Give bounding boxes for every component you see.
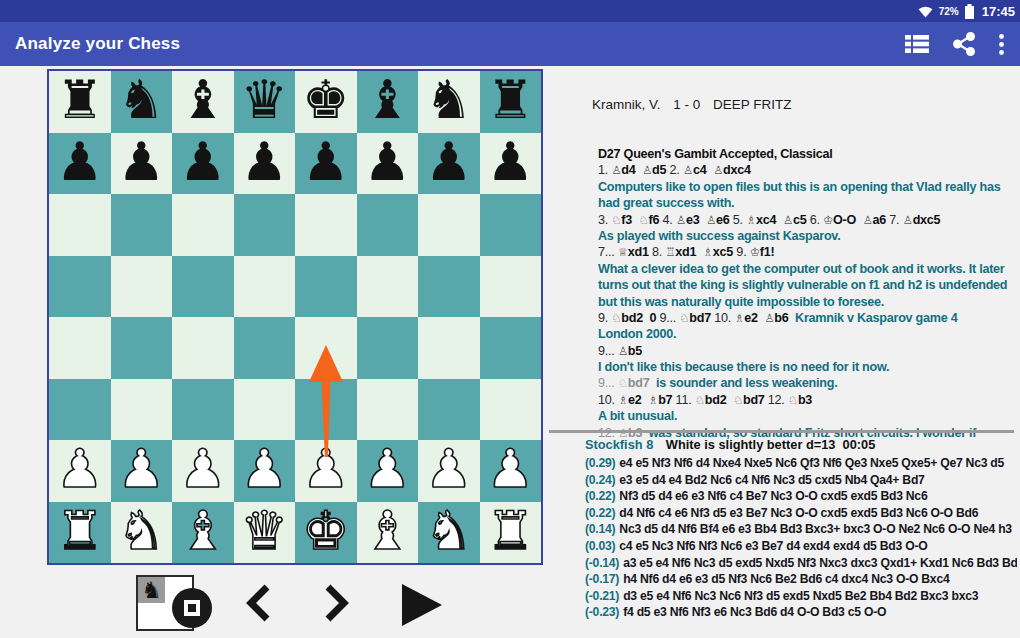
square-f2[interactable]: ♟ — [357, 440, 419, 502]
piece-white-b: ♝ — [363, 504, 411, 557]
move-number: 9. — [733, 245, 750, 259]
figurine-icon: ♔ — [823, 213, 833, 227]
figurine-icon: ♙ — [683, 163, 693, 177]
figurine-icon: ♙ — [676, 213, 686, 227]
piece-white-n: ♞ — [117, 504, 165, 557]
move-text[interactable]: e2 — [628, 393, 648, 407]
move-text[interactable]: dxc4 — [723, 163, 751, 177]
notation-line: London 2000. — [598, 326, 1016, 342]
comment-text: What a clever idea to get the computer o… — [598, 262, 1005, 276]
move-number: 1. — [598, 163, 611, 177]
square-e7[interactable]: ♟ — [295, 133, 357, 195]
square-g4[interactable] — [418, 317, 480, 379]
move-number: 12. — [765, 393, 788, 407]
notation-line: 1. ♙d4 ♙d5 2. ♙c4 ♙dxc4 — [598, 162, 1016, 178]
move-number: 7... — [598, 245, 618, 259]
move-text[interactable]: bd2 — [705, 393, 733, 407]
move-text[interactable]: b3 — [798, 393, 812, 407]
square-d3[interactable] — [234, 379, 296, 441]
piece-black-b: ♝ — [363, 73, 411, 126]
comment-text: A bit unusual. — [598, 409, 677, 423]
eval-score: (0.14) — [585, 522, 615, 536]
figurine-icon: ♗ — [618, 393, 628, 407]
figurine-icon: ♙ — [642, 163, 652, 177]
square-h8[interactable]: ♜ — [480, 71, 542, 133]
black-player: DEEP FRITZ — [713, 97, 792, 112]
move-text[interactable]: e2 — [744, 311, 764, 325]
figurine-icon: ♘ — [618, 376, 628, 390]
piece-white-k: ♚ — [302, 504, 350, 557]
piece-black-p: ♟ — [117, 135, 165, 188]
piece-black-p: ♟ — [179, 135, 227, 188]
notation-line: 10. ♗e2 ♗b7 11. ♘bd2 ♘bd7 12. ♘b3 — [598, 392, 1016, 408]
figurine-icon: ♙ — [783, 213, 793, 227]
move-text[interactable]: bd7 — [628, 376, 656, 390]
square-d4[interactable] — [234, 317, 296, 379]
app-bar: Analyze your Chess — [0, 22, 1020, 66]
engine-line[interactable]: (0.29)e4 e5 Nf3 Nf6 d4 Nxe4 Nxe5 Nc6 Qf3… — [585, 455, 1017, 472]
move-number: 6. — [806, 213, 823, 227]
figurine-icon: ♙ — [706, 213, 716, 227]
engine-line[interactable]: (-0.21)d3 e5 e4 Nf6 Nc3 Nc6 Nf3 d5 exd5 … — [585, 588, 1017, 605]
engine-line[interactable]: (0.24)e3 e5 d4 e4 Bd2 Nc6 c4 Nf6 Nc3 d5 … — [585, 472, 1017, 489]
notation-line: but this was naturally quite impossible … — [598, 294, 1016, 310]
move-text[interactable]: xc5 — [713, 245, 733, 259]
square-c3[interactable] — [172, 379, 234, 441]
engine-line[interactable]: (0.22)Nf3 d5 d4 e6 e3 Nf6 c4 Be7 Nc3 O-O… — [585, 488, 1017, 505]
pane-divider[interactable] — [549, 430, 1014, 433]
square-d7[interactable]: ♟ — [234, 133, 296, 195]
notation-line: turns out that the king is slightly vuln… — [598, 277, 1016, 293]
app-window: 72% 17:45 Analyze your Chess ♜♞♝♛♚♝♞♜♟♟♟… — [0, 0, 1020, 638]
figurine-icon: ♗ — [703, 245, 713, 259]
eval-score: (-0.14) — [585, 556, 619, 570]
pv-moves: e3 e5 d4 e4 Bd2 Nc6 c4 Nf6 Nc3 d5 cxd5 N… — [619, 473, 924, 487]
square-h3[interactable] — [480, 379, 542, 441]
piece-black-p: ♟ — [302, 135, 350, 188]
move-number: 10. — [598, 393, 618, 407]
move-text[interactable]: bd7 — [689, 311, 711, 325]
figurine-icon: ♘ — [639, 213, 649, 227]
square-a5[interactable] — [49, 256, 111, 318]
comment-text: London 2000. — [598, 327, 676, 341]
square-b8[interactable]: ♞ — [111, 71, 173, 133]
piece-white-p: ♟ — [363, 442, 411, 495]
comment-text: Kramnik v Kasparov game 4 — [795, 311, 957, 325]
move-text[interactable]: f3 — [621, 213, 638, 227]
view-list-icon[interactable] — [905, 34, 929, 54]
battery-icon — [965, 4, 974, 19]
move-text[interactable]: d4 — [621, 163, 642, 177]
pv-moves: d4 Nf6 c4 e6 Nf3 d5 e3 Be7 Nc3 O-O cxd5 … — [619, 506, 978, 520]
piece-white-n: ♞ — [425, 504, 473, 557]
figurine-icon: ♙ — [903, 213, 913, 227]
overflow-menu-icon[interactable] — [999, 34, 1004, 55]
figurine-icon: ♗ — [734, 311, 744, 325]
move-number: 9... — [656, 311, 679, 325]
move-text[interactable]: f1! — [760, 245, 775, 259]
square-d8[interactable]: ♛ — [234, 71, 296, 133]
game-header: Kramnik, V. 1 - 0 DEEP FRITZ — [592, 97, 792, 112]
square-f8[interactable]: ♝ — [357, 71, 419, 133]
game-result: 1 - 0 — [673, 97, 700, 112]
piece-black-q: ♛ — [240, 73, 288, 126]
eval-score: (0.22) — [585, 489, 615, 503]
piece-black-n: ♞ — [425, 73, 473, 126]
square-a1[interactable]: ♜ — [49, 502, 111, 564]
piece-white-p: ♟ — [117, 442, 165, 495]
engine-status: White is slightly better d=13 00:05 — [666, 437, 875, 452]
move-number: 7. — [886, 213, 903, 227]
status-bar: 72% 17:45 — [0, 0, 1020, 22]
square-c8[interactable]: ♝ — [172, 71, 234, 133]
notation-line: 9. ♘bd2 0 9... ♘bd7 10. ♗e2 ♙b6 Kramnik … — [598, 310, 1016, 326]
play-button[interactable] — [400, 582, 444, 632]
square-g7[interactable]: ♟ — [418, 133, 480, 195]
piece-white-r: ♜ — [56, 504, 104, 557]
move-text[interactable]: bd2 — [621, 311, 649, 325]
move-number: 9... — [598, 344, 618, 358]
notation-line: What a clever idea to get the computer o… — [598, 261, 1016, 277]
notation-line: 7... ♕xd1 8. ♖xd1 ♗xc5 9. ♔f1! — [598, 244, 1016, 260]
notation-line: I don't like this because there is no ne… — [598, 359, 1016, 375]
square-b7[interactable]: ♟ — [111, 133, 173, 195]
square-e3[interactable] — [295, 379, 357, 441]
move-number: 8. — [649, 245, 666, 259]
square-a7[interactable]: ♟ — [49, 133, 111, 195]
square-d1[interactable]: ♛ — [234, 502, 296, 564]
comment-text: I don't like this because there is no ne… — [598, 360, 889, 374]
pv-moves: f4 d5 e3 Nf6 Nf3 e6 Nc3 Bd6 d4 O-O Bd3 c… — [623, 605, 886, 619]
move-number: 11. — [672, 393, 694, 407]
figurine-icon: ♗ — [648, 393, 658, 407]
square-f1[interactable]: ♝ — [357, 502, 419, 564]
square-e6[interactable] — [295, 194, 357, 256]
move-number: 3. — [598, 213, 611, 227]
piece-white-p: ♟ — [56, 442, 104, 495]
square-e5[interactable] — [295, 256, 357, 318]
move-text[interactable]: e6 — [716, 213, 730, 227]
engine-name: Stockfish 8 — [585, 437, 653, 452]
square-a8[interactable]: ♜ — [49, 71, 111, 133]
square-a2[interactable]: ♟ — [49, 440, 111, 502]
square-f5[interactable] — [357, 256, 419, 318]
move-text[interactable]: b7 — [658, 393, 672, 407]
square-b4[interactable] — [111, 317, 173, 379]
square-g8[interactable]: ♞ — [418, 71, 480, 133]
pv-moves: d3 e5 e4 Nf6 Nc3 Nc6 Nf3 d5 exd5 Nxd5 Be… — [623, 589, 978, 603]
comment-text: Computers like to open files but this is… — [598, 180, 1001, 194]
square-g2[interactable]: ♟ — [418, 440, 480, 502]
square-c6[interactable] — [172, 194, 234, 256]
piece-white-p: ♟ — [179, 442, 227, 495]
comment-text: but this was naturally quite impossible … — [598, 295, 884, 309]
move-text[interactable]: b6 — [774, 311, 795, 325]
knight-board-icon: ♞ — [138, 577, 165, 603]
share-icon[interactable] — [953, 32, 975, 56]
notation-line: 9... ♙b5 — [598, 343, 1016, 359]
notation-line: Computers like to open files but this is… — [598, 179, 1016, 195]
move-text[interactable]: xc4 — [756, 213, 783, 227]
notation-line: A bit unusual. — [598, 408, 1016, 424]
move-number: D27 Queen's Gambit Accepted, Classical — [598, 147, 833, 161]
eval-score: (0.29) — [585, 456, 615, 470]
figurine-icon: ♙ — [764, 311, 774, 325]
square-h4[interactable] — [480, 317, 542, 379]
piece-black-p: ♟ — [363, 135, 411, 188]
square-h2[interactable]: ♟ — [480, 440, 542, 502]
square-g6[interactable] — [418, 194, 480, 256]
figurine-icon: ♘ — [788, 393, 798, 407]
square-e2[interactable]: ♟ — [295, 440, 357, 502]
piece-black-b: ♝ — [179, 73, 227, 126]
eval-score: (-0.23) — [585, 605, 619, 619]
figurine-icon: ♙ — [713, 163, 723, 177]
figurine-icon: ♘ — [611, 311, 621, 325]
piece-black-p: ♟ — [486, 135, 534, 188]
eval-score: (0.24) — [585, 473, 615, 487]
figurine-icon: ♕ — [618, 245, 628, 259]
square-e8[interactable]: ♚ — [295, 71, 357, 133]
pv-moves: h4 Nf6 d4 e6 e3 d5 Nf3 Nc6 Be2 Bd6 c4 dx… — [623, 572, 949, 586]
white-player: Kramnik, V. — [592, 97, 661, 112]
square-b3[interactable] — [111, 379, 173, 441]
square-b1[interactable]: ♞ — [111, 502, 173, 564]
engine-line[interactable]: (0.14)Nc3 d5 d4 Nf6 Bf4 e6 e3 Bb4 Bd3 Bx… — [585, 521, 1017, 538]
move-number: 10. — [711, 311, 734, 325]
move-text[interactable]: d5 — [652, 163, 666, 177]
figurine-icon: ♘ — [733, 393, 743, 407]
square-c2[interactable]: ♟ — [172, 440, 234, 502]
notation-line: 9... ♘bd7 is sounder and less weakening. — [598, 375, 1016, 391]
piece-white-r: ♜ — [486, 504, 534, 557]
square-e4[interactable] — [295, 317, 357, 379]
square-g1[interactable]: ♞ — [418, 502, 480, 564]
engine-pane: (0.29)e4 e5 Nf3 Nf6 d4 Nxe4 Nxe5 Nc6 Qf3… — [585, 455, 1017, 621]
move-text[interactable]: xd1 — [628, 245, 649, 259]
eval-score: (0.03) — [585, 539, 615, 553]
square-c7[interactable]: ♟ — [172, 133, 234, 195]
move-text[interactable]: a6 — [873, 213, 887, 227]
move-text[interactable]: f6 — [649, 213, 660, 227]
notation-line: D27 Queen's Gambit Accepted, Classical — [598, 146, 1016, 162]
next-move-button[interactable] — [320, 584, 352, 626]
pv-moves: c4 e5 Nc3 Nf6 Nf3 Nc6 e3 Be7 d4 exd4 exd… — [619, 539, 927, 553]
piece-black-p: ♟ — [425, 135, 473, 188]
comment-text: turns out that the king is slightly vuln… — [598, 278, 1007, 292]
square-d2[interactable]: ♟ — [234, 440, 296, 502]
piece-white-p: ♟ — [302, 442, 350, 495]
square-d5[interactable] — [234, 256, 296, 318]
comment-text: had great success with. — [598, 196, 734, 210]
figurine-icon: ♙ — [618, 344, 628, 358]
square-g3[interactable] — [418, 379, 480, 441]
figurine-icon: ♙ — [863, 213, 873, 227]
figurine-icon: ♖ — [665, 245, 675, 259]
piece-black-r: ♜ — [56, 73, 104, 126]
engine-line[interactable]: (-0.17)h4 Nf6 d4 e6 e3 d5 Nf3 Nc6 Be2 Bd… — [585, 571, 1017, 588]
figurine-icon: ♘ — [611, 213, 621, 227]
notation-line: As played with success against Kasparov. — [598, 228, 1016, 244]
figurine-icon: ♘ — [695, 393, 705, 407]
square-e1[interactable]: ♚ — [295, 502, 357, 564]
eval-score: (-0.21) — [585, 589, 619, 603]
square-h1[interactable]: ♜ — [480, 502, 542, 564]
pv-moves: e4 e5 Nf3 Nf6 d4 Nxe4 Nxe5 Nc6 Qf3 Nf6 Q… — [619, 456, 1004, 470]
clock-text: 17:45 — [982, 4, 1015, 19]
engine-header: Stockfish 8 White is slightly better d=1… — [585, 437, 875, 452]
engine-line[interactable]: (0.22)d4 Nf6 c4 e6 Nf3 d5 e3 Be7 Nc3 O-O… — [585, 505, 1017, 522]
move-text[interactable]: c5 — [793, 213, 807, 227]
notation-pane: D27 Queen's Gambit Accepted, Classical1.… — [598, 146, 1016, 441]
square-c4[interactable] — [172, 317, 234, 379]
move-text[interactable]: dxc5 — [913, 213, 941, 227]
square-d6[interactable] — [234, 194, 296, 256]
square-f4[interactable] — [357, 317, 419, 379]
square-f6[interactable] — [357, 194, 419, 256]
comment-text: is sounder and less weakening. — [656, 376, 837, 390]
move-text[interactable]: xd1 — [675, 245, 702, 259]
piece-white-p: ♟ — [240, 442, 288, 495]
square-b6[interactable] — [111, 194, 173, 256]
piece-black-r: ♜ — [486, 73, 534, 126]
move-text[interactable]: O-O — [833, 213, 863, 227]
piece-white-p: ♟ — [425, 442, 473, 495]
piece-black-p: ♟ — [56, 135, 104, 188]
piece-black-k: ♚ — [302, 73, 350, 126]
notation-line: 3. ♘f3 ♘f6 4. ♙e3 ♙e6 5. ♗xc4 ♙c5 6. ♔O-… — [598, 212, 1016, 228]
square-a4[interactable] — [49, 317, 111, 379]
engine-line[interactable]: (-0.23)f4 d5 e3 Nf6 Nf3 e6 Nc3 Bd6 d4 O-… — [585, 604, 1017, 621]
move-number: 2. — [666, 163, 683, 177]
move-text[interactable]: e3 — [686, 213, 706, 227]
wifi-icon — [918, 5, 933, 18]
move-number: 9... — [598, 376, 618, 390]
comment-text: As played with success against Kasparov. — [598, 229, 840, 243]
battery-percent: 72% — [939, 6, 959, 17]
previous-move-button[interactable] — [243, 584, 275, 626]
piece-white-b: ♝ — [179, 504, 227, 557]
figurine-icon: ♘ — [679, 311, 689, 325]
square-h6[interactable] — [480, 194, 542, 256]
square-c5[interactable] — [172, 256, 234, 318]
move-text[interactable]: c4 — [693, 163, 713, 177]
move-number: 9. — [598, 311, 611, 325]
pv-moves: Nf3 d5 d4 e6 e3 Nf6 c4 Be7 Nc3 O-O cxd5 … — [619, 489, 927, 503]
square-b5[interactable] — [111, 256, 173, 318]
move-number: 4. — [659, 213, 676, 227]
square-g5[interactable] — [418, 256, 480, 318]
piece-white-p: ♟ — [486, 442, 534, 495]
figurine-icon: ♙ — [611, 163, 621, 177]
square-c1[interactable]: ♝ — [172, 502, 234, 564]
stop-icon[interactable] — [172, 588, 212, 628]
pv-moves: a3 e5 e4 Nf6 Nc3 d5 exd5 Nxd5 Nf3 Nxc3 d… — [623, 556, 1017, 570]
square-h5[interactable] — [480, 256, 542, 318]
chess-board: ♜♞♝♛♚♝♞♜♟♟♟♟♟♟♟♟♟♟♟♟♟♟♟♟♜♞♝♛♚♝♞♜ — [47, 69, 543, 565]
move-text[interactable]: b5 — [628, 344, 642, 358]
square-f3[interactable] — [357, 379, 419, 441]
move-number: 5. — [729, 213, 746, 227]
piece-black-p: ♟ — [240, 135, 288, 188]
square-h7[interactable]: ♟ — [480, 133, 542, 195]
square-a3[interactable] — [49, 379, 111, 441]
figurine-icon: ♗ — [746, 213, 756, 227]
pv-moves: Nc3 d5 d4 Nf6 Bf4 e6 e3 Bb4 Bd3 Bxc3+ bx… — [619, 522, 1012, 536]
square-a6[interactable] — [49, 194, 111, 256]
eval-score: (0.22) — [585, 506, 615, 520]
engine-line[interactable]: (-0.14)a3 e5 e4 Nf6 Nc3 d5 exd5 Nxd5 Nf3… — [585, 555, 1017, 572]
eval-score: (-0.17) — [585, 572, 619, 586]
piece-white-q: ♛ — [240, 504, 288, 557]
move-text[interactable]: bd7 — [743, 393, 765, 407]
piece-black-n: ♞ — [117, 73, 165, 126]
notation-line: had great success with. — [598, 195, 1016, 211]
engine-line[interactable]: (0.03)c4 e5 Nc3 Nf6 Nf3 Nc6 e3 Be7 d4 ex… — [585, 538, 1017, 555]
app-title: Analyze your Chess — [15, 34, 180, 54]
square-b2[interactable]: ♟ — [111, 440, 173, 502]
square-f7[interactable]: ♟ — [357, 133, 419, 195]
figurine-icon: ♔ — [750, 245, 760, 259]
